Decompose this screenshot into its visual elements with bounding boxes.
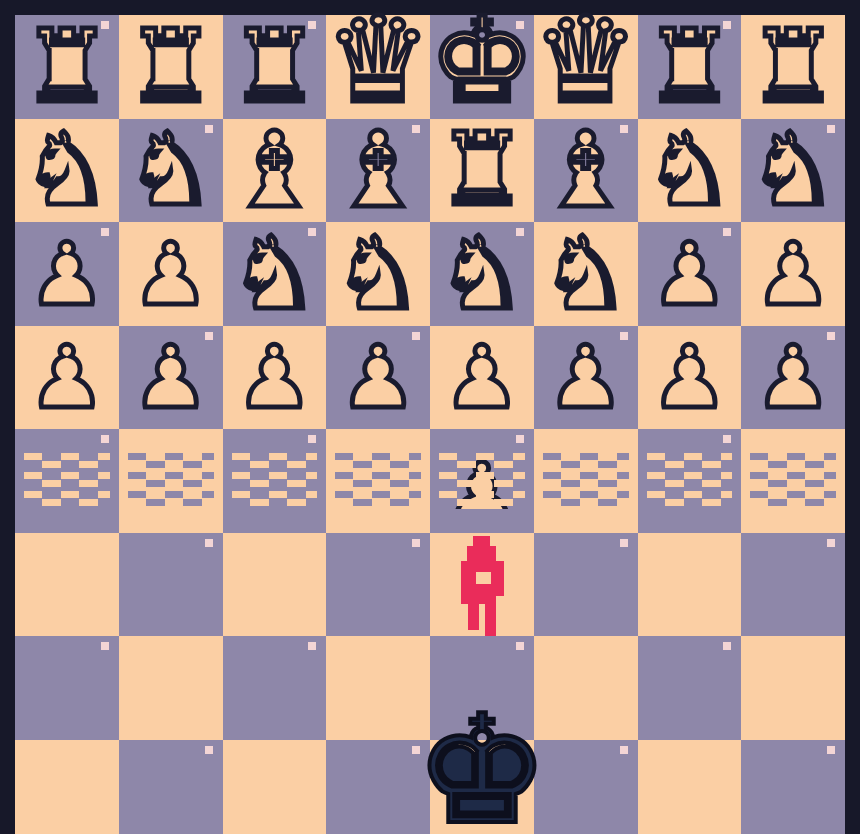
square-g1[interactable] bbox=[638, 740, 742, 834]
square-h3[interactable] bbox=[741, 533, 845, 637]
square-g2[interactable] bbox=[638, 636, 742, 740]
square-c6[interactable]: ♞ bbox=[223, 222, 327, 326]
enemy-knight-piece: ♞ bbox=[230, 224, 320, 324]
enemy-knight-piece: ♞ bbox=[333, 224, 423, 324]
square-g6[interactable]: ♟ bbox=[638, 222, 742, 326]
enemy-knight-piece: ♞ bbox=[748, 120, 838, 220]
square-f3[interactable] bbox=[534, 533, 638, 637]
square-f4[interactable] bbox=[534, 429, 638, 533]
water-waves-icon bbox=[335, 453, 421, 510]
square-a3[interactable] bbox=[15, 533, 119, 637]
water-waves-icon bbox=[647, 453, 733, 510]
square-f5[interactable]: ♟ bbox=[534, 326, 638, 430]
square-f2[interactable] bbox=[534, 636, 638, 740]
enemy-queen-piece: ♛ bbox=[533, 1, 639, 119]
enemy-pawn-piece: ♟ bbox=[651, 334, 728, 420]
enemy-rook-piece: ♜ bbox=[437, 120, 527, 220]
square-h1[interactable] bbox=[741, 740, 845, 834]
square-d7[interactable]: ♝ bbox=[326, 119, 430, 223]
square-a7[interactable]: ♞ bbox=[15, 119, 119, 223]
square-e4[interactable]: ♟ bbox=[430, 429, 534, 533]
square-e5[interactable]: ♟ bbox=[430, 326, 534, 430]
enemy-rook-piece: ♜ bbox=[748, 17, 838, 117]
enemy-pawn-piece: ♟ bbox=[340, 334, 417, 420]
square-d6[interactable]: ♞ bbox=[326, 222, 430, 326]
enemy-bishop-piece: ♝ bbox=[332, 118, 425, 222]
enemy-pawn-piece: ♟ bbox=[28, 231, 105, 317]
enemy-pawn-piece: ♟ bbox=[132, 231, 209, 317]
player-champion-piece bbox=[459, 536, 505, 636]
square-h4[interactable] bbox=[741, 429, 845, 533]
square-b4[interactable] bbox=[119, 429, 223, 533]
square-a2[interactable] bbox=[15, 636, 119, 740]
enemy-pawn-piece: ♟ bbox=[132, 334, 209, 420]
enemy-pawn-piece: ♟ bbox=[547, 334, 624, 420]
water-waves-icon bbox=[543, 453, 629, 510]
square-h5[interactable]: ♟ bbox=[741, 326, 845, 430]
square-g4[interactable] bbox=[638, 429, 742, 533]
water-waves-icon bbox=[750, 453, 836, 510]
square-b1[interactable] bbox=[119, 740, 223, 834]
square-e1[interactable]: ♚ bbox=[430, 740, 534, 834]
square-b5[interactable]: ♟ bbox=[119, 326, 223, 430]
water-waves-icon bbox=[128, 453, 214, 510]
enemy-king-piece: ♚ bbox=[429, 1, 535, 119]
enemy-pawn-piece: ♟ bbox=[651, 231, 728, 317]
square-g3[interactable] bbox=[638, 533, 742, 637]
square-a6[interactable]: ♟ bbox=[15, 222, 119, 326]
square-f1[interactable] bbox=[534, 740, 638, 834]
enemy-pawn-piece: ♟ bbox=[755, 231, 832, 317]
square-a4[interactable] bbox=[15, 429, 119, 533]
square-d3[interactable] bbox=[326, 533, 430, 637]
square-d4[interactable] bbox=[326, 429, 430, 533]
square-e6[interactable]: ♞ bbox=[430, 222, 534, 326]
enemy-queen-piece: ♛ bbox=[325, 1, 431, 119]
player-king-piece: ♚ bbox=[415, 695, 549, 834]
enemy-rook-piece: ♜ bbox=[645, 17, 735, 117]
square-h6[interactable]: ♟ bbox=[741, 222, 845, 326]
square-b7[interactable]: ♞ bbox=[119, 119, 223, 223]
game-screen: { "game": { "name": "pixel-art chess rog… bbox=[0, 0, 860, 834]
square-d5[interactable]: ♟ bbox=[326, 326, 430, 430]
square-c5[interactable]: ♟ bbox=[223, 326, 327, 430]
enemy-knight-piece: ♞ bbox=[645, 120, 735, 220]
square-c1[interactable] bbox=[223, 740, 327, 834]
square-a1[interactable] bbox=[15, 740, 119, 834]
square-h2[interactable] bbox=[741, 636, 845, 740]
square-f7[interactable]: ♝ bbox=[534, 119, 638, 223]
square-c8[interactable]: ♜ bbox=[223, 15, 327, 119]
enemy-rook-piece: ♜ bbox=[22, 17, 112, 117]
enemy-bishop-piece: ♝ bbox=[539, 118, 632, 222]
square-a8[interactable]: ♜ bbox=[15, 15, 119, 119]
enemy-knight-piece: ♞ bbox=[437, 224, 527, 324]
square-h8[interactable]: ♜ bbox=[741, 15, 845, 119]
enemy-pawn-piece: ♟ bbox=[443, 334, 520, 420]
square-f8[interactable]: ♛ bbox=[534, 15, 638, 119]
square-g5[interactable]: ♟ bbox=[638, 326, 742, 430]
water-waves-icon bbox=[24, 453, 110, 510]
chess-board: ♜♜♜♛♚♛♜♜♞♞♝♝♜♝♞♞♟♟♞♞♞♞♟♟♟♟♟♟♟♟♟♟♟♚ bbox=[15, 15, 845, 834]
square-b2[interactable] bbox=[119, 636, 223, 740]
enemy-rook-piece: ♜ bbox=[126, 17, 216, 117]
square-e3[interactable] bbox=[430, 533, 534, 637]
square-e8[interactable]: ♚ bbox=[430, 15, 534, 119]
square-c4[interactable] bbox=[223, 429, 327, 533]
square-g7[interactable]: ♞ bbox=[638, 119, 742, 223]
water-waves-icon bbox=[232, 453, 318, 510]
enemy-knight-piece: ♞ bbox=[541, 224, 631, 324]
square-f6[interactable]: ♞ bbox=[534, 222, 638, 326]
square-e7[interactable]: ♜ bbox=[430, 119, 534, 223]
enemy-pawn-piece: ♟ bbox=[28, 334, 105, 420]
square-c2[interactable] bbox=[223, 636, 327, 740]
square-c3[interactable] bbox=[223, 533, 327, 637]
square-c7[interactable]: ♝ bbox=[223, 119, 327, 223]
enemy-knight-piece: ♞ bbox=[22, 120, 112, 220]
enemy-knight-piece: ♞ bbox=[126, 120, 216, 220]
square-b3[interactable] bbox=[119, 533, 223, 637]
water-waves-icon bbox=[439, 453, 525, 510]
enemy-pawn-piece: ♟ bbox=[236, 334, 313, 420]
enemy-pawn-piece: ♟ bbox=[755, 334, 832, 420]
enemy-rook-piece: ♜ bbox=[230, 17, 320, 117]
enemy-bishop-piece: ♝ bbox=[228, 118, 321, 222]
square-b6[interactable]: ♟ bbox=[119, 222, 223, 326]
square-d8[interactable]: ♛ bbox=[326, 15, 430, 119]
square-a5[interactable]: ♟ bbox=[15, 326, 119, 430]
square-b8[interactable]: ♜ bbox=[119, 15, 223, 119]
square-g8[interactable]: ♜ bbox=[638, 15, 742, 119]
square-h7[interactable]: ♞ bbox=[741, 119, 845, 223]
